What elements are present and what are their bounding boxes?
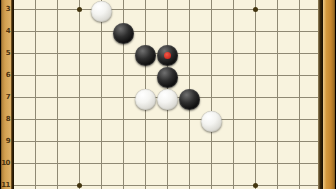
row-label-6: 6 — [0, 71, 10, 80]
grid-vline — [35, 0, 36, 189]
grid-vline — [211, 0, 212, 189]
white-stone — [135, 89, 156, 110]
white-stone — [201, 111, 222, 132]
grid-hline — [12, 185, 320, 186]
black-stone — [179, 89, 200, 110]
grid-hline — [12, 9, 320, 10]
board-edge-shadow-left — [11, 0, 14, 189]
row-label-3: 3 — [0, 5, 10, 14]
black-stone — [113, 23, 134, 44]
last-move-marker — [164, 52, 171, 59]
black-stone — [157, 67, 178, 88]
grid-vline — [233, 0, 234, 189]
grid-vline — [299, 0, 300, 189]
row-label-11: 11 — [0, 181, 10, 189]
grid-hline — [12, 141, 320, 142]
black-stone — [157, 45, 178, 66]
row-label-10: 10 — [0, 159, 10, 168]
grid-hline — [12, 119, 320, 120]
row-label-4: 4 — [0, 27, 10, 36]
star-point — [253, 7, 258, 12]
gomoku-app-screen: 34567891011 — [0, 0, 336, 189]
grid-vline — [277, 0, 278, 189]
black-stone — [135, 45, 156, 66]
star-point — [77, 7, 82, 12]
grid-hline — [12, 31, 320, 32]
row-label-5: 5 — [0, 49, 10, 58]
row-label-8: 8 — [0, 115, 10, 124]
row-label-9: 9 — [0, 137, 10, 146]
grid-hline — [12, 163, 320, 164]
grid-vline — [79, 0, 80, 189]
white-stone — [91, 1, 112, 22]
star-point — [77, 183, 82, 188]
white-stone — [157, 89, 178, 110]
row-label-7: 7 — [0, 93, 10, 102]
grid-vline — [101, 0, 102, 189]
star-point — [253, 183, 258, 188]
grid-vline — [57, 0, 58, 189]
grid-vline — [255, 0, 256, 189]
board-frame-right — [323, 0, 336, 189]
